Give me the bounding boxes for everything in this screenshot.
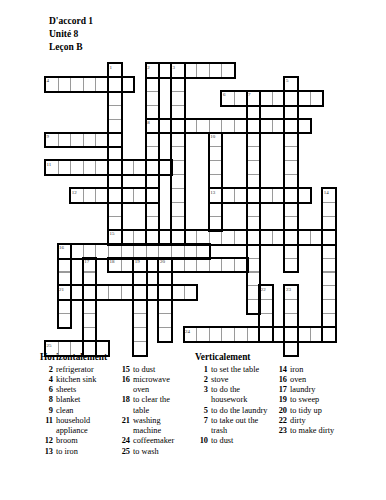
grid-cell[interactable] xyxy=(83,327,97,342)
clue-number: 22 xyxy=(274,416,290,426)
clue-number: 1 xyxy=(195,365,211,375)
clue-number: 13 xyxy=(40,447,56,457)
grid-cell[interactable] xyxy=(196,258,210,273)
grid-cell[interactable] xyxy=(196,244,210,259)
grid-cell[interactable] xyxy=(284,133,298,148)
grid-cell[interactable] xyxy=(83,244,97,259)
clue-item-4A: 4kitchen sink xyxy=(40,375,106,385)
grid-cell[interactable] xyxy=(121,258,135,273)
grid-cell[interactable] xyxy=(171,285,185,300)
grid-cell[interactable] xyxy=(247,230,261,245)
grid-cell[interactable] xyxy=(272,188,286,203)
grid-cell[interactable] xyxy=(284,285,298,300)
grid-cell[interactable] xyxy=(158,244,172,259)
grid-cell[interactable] xyxy=(272,119,286,134)
grid-cell[interactable] xyxy=(171,216,185,231)
title-line-3: Leçon B xyxy=(49,41,93,54)
clue-item-14D: 14iron xyxy=(274,365,348,375)
grid-cell[interactable] xyxy=(158,313,172,328)
clue-item-25A: 25to wash xyxy=(117,447,184,457)
grid-cell[interactable] xyxy=(146,160,160,175)
worksheet-title: D'accord 1 Unité 8 Leçon B xyxy=(49,15,93,53)
grid-cell[interactable] xyxy=(322,258,336,273)
grid-cell[interactable] xyxy=(108,202,122,217)
grid-cell[interactable] xyxy=(121,160,135,175)
grid-cell[interactable] xyxy=(58,133,72,148)
grid-cell[interactable] xyxy=(247,327,261,342)
grid-cell[interactable] xyxy=(58,244,72,259)
title-line-2: Unité 8 xyxy=(49,28,93,41)
grid-cell[interactable] xyxy=(158,119,172,134)
grid-cell[interactable] xyxy=(108,77,122,92)
grid-cell[interactable] xyxy=(322,244,336,259)
grid-cell[interactable] xyxy=(322,285,336,300)
grid-cell[interactable] xyxy=(95,133,109,148)
clue-number: 4 xyxy=(40,375,56,385)
grid-cell[interactable] xyxy=(310,230,324,245)
grid-cell[interactable] xyxy=(158,327,172,342)
clue-number: 7 xyxy=(195,416,211,437)
grid-cell[interactable] xyxy=(184,63,198,78)
clue-number: 12 xyxy=(40,436,56,446)
grid-cell[interactable] xyxy=(133,285,147,300)
clue-number: 16 xyxy=(117,375,133,396)
grid-cell[interactable] xyxy=(221,91,235,106)
grid-cell[interactable] xyxy=(121,285,135,300)
grid-cell[interactable] xyxy=(221,327,235,342)
clue-item-2A: 2refrigerator xyxy=(40,365,106,375)
grid-cell[interactable] xyxy=(284,327,298,342)
clue-number: 16 xyxy=(274,375,290,385)
grid-cell[interactable] xyxy=(70,285,84,300)
grid-cell[interactable] xyxy=(171,63,185,78)
grid-cell[interactable] xyxy=(322,216,336,231)
clue-text: to sweep xyxy=(290,395,348,405)
grid-cell[interactable] xyxy=(259,188,273,203)
grid-cell[interactable] xyxy=(284,174,298,189)
grid-cell[interactable] xyxy=(284,244,298,259)
grid-cell[interactable] xyxy=(209,146,223,161)
grid-cell[interactable] xyxy=(83,77,97,92)
grid-cell[interactable] xyxy=(146,285,160,300)
across-header: Horizontalement xyxy=(40,352,192,364)
grid-cell[interactable] xyxy=(146,188,160,203)
grid-cell[interactable] xyxy=(259,313,273,328)
grid-cell[interactable] xyxy=(209,119,223,134)
grid-cell[interactable] xyxy=(184,244,198,259)
clue-text: laundry xyxy=(290,385,348,395)
grid-cell[interactable] xyxy=(108,146,122,161)
grid-cell[interactable] xyxy=(196,119,210,134)
grid-cell[interactable] xyxy=(171,91,185,106)
grid-cell[interactable] xyxy=(133,244,147,259)
down-header: Verticalement xyxy=(195,352,383,364)
grid-cell[interactable] xyxy=(209,216,223,231)
clue-item-10D: 10to dust xyxy=(195,436,268,446)
grid-cell[interactable] xyxy=(234,188,248,203)
grid-cell[interactable] xyxy=(196,63,210,78)
clue-text: microwave oven xyxy=(133,375,184,396)
clue-text: to set the table xyxy=(211,365,268,375)
grid-cell[interactable] xyxy=(95,160,109,175)
grid-cell[interactable] xyxy=(196,327,210,342)
grid-cell[interactable] xyxy=(133,230,147,245)
grid-cell[interactable] xyxy=(297,188,311,203)
grid-cell[interactable] xyxy=(158,160,172,175)
grid-cell[interactable] xyxy=(83,133,97,148)
grid-cell[interactable] xyxy=(209,160,223,175)
grid-cell[interactable] xyxy=(121,77,135,92)
grid-cell[interactable] xyxy=(247,188,261,203)
grid-cell[interactable] xyxy=(322,313,336,328)
grid-cell[interactable] xyxy=(310,91,324,106)
clue-number: 8 xyxy=(40,395,56,405)
clue-number: 21 xyxy=(117,416,133,437)
clue-item-7D: 7to take out the trash xyxy=(195,416,268,437)
grid-cell[interactable] xyxy=(146,77,160,92)
grid-cell[interactable] xyxy=(284,299,298,314)
grid-cell[interactable] xyxy=(133,272,147,287)
grid-cell[interactable] xyxy=(83,299,97,314)
clue-number: 19 xyxy=(274,395,290,405)
grid-cell[interactable] xyxy=(284,77,298,92)
grid-cell[interactable] xyxy=(184,258,198,273)
grid-cell[interactable] xyxy=(247,299,261,314)
grid-cell[interactable] xyxy=(247,202,261,217)
grid-cell[interactable] xyxy=(284,160,298,175)
grid-cell[interactable] xyxy=(58,285,72,300)
clue-item-18A: 18to clear the table xyxy=(117,395,184,416)
grid-cell[interactable] xyxy=(247,91,261,106)
grid-cell[interactable] xyxy=(171,244,185,259)
grid-cell[interactable] xyxy=(171,133,185,148)
grid-cell[interactable] xyxy=(121,230,135,245)
grid-cell[interactable] xyxy=(297,230,311,245)
grid-cell[interactable] xyxy=(247,258,261,273)
clue-item-12A: 12broom xyxy=(40,436,106,446)
grid-cell[interactable] xyxy=(83,285,97,300)
grid-cell[interactable] xyxy=(45,77,59,92)
grid-cell[interactable] xyxy=(158,230,172,245)
clue-item-5D: 5to do the laundry xyxy=(195,406,268,416)
clue-item-13A: 13to iron xyxy=(40,447,106,457)
grid-cell[interactable] xyxy=(284,188,298,203)
grid-cell[interactable] xyxy=(284,230,298,245)
grid-cell[interactable] xyxy=(322,272,336,287)
grid-cell[interactable] xyxy=(184,230,198,245)
crossword-grid: 2468911121315161821242513571014171920222… xyxy=(45,63,335,355)
grid-cell[interactable] xyxy=(95,244,109,259)
grid-cell[interactable] xyxy=(259,327,273,342)
clue-text: refrigerator xyxy=(56,365,106,375)
clue-number: 6 xyxy=(40,385,56,395)
grid-cell[interactable] xyxy=(108,63,122,78)
clue-text: kitchen sink xyxy=(56,375,106,385)
grid-cell[interactable] xyxy=(171,258,185,273)
grid-cell[interactable] xyxy=(171,105,185,120)
grid-cell[interactable] xyxy=(221,188,235,203)
grid-cell[interactable] xyxy=(121,244,135,259)
clue-text: stove xyxy=(211,375,268,385)
grid-cell[interactable] xyxy=(158,272,172,287)
grid-cell[interactable] xyxy=(146,133,160,148)
grid-cell[interactable] xyxy=(70,188,84,203)
grid-cell[interactable] xyxy=(58,77,72,92)
grid-cell[interactable] xyxy=(259,119,273,134)
grid-cell[interactable] xyxy=(158,285,172,300)
grid-cell[interactable] xyxy=(196,230,210,245)
grid-cell[interactable] xyxy=(297,327,311,342)
grid-cell[interactable] xyxy=(209,230,223,245)
clue-item-16D: 16oven xyxy=(274,375,348,385)
clue-number: 5 xyxy=(195,406,211,416)
grid-cell[interactable] xyxy=(284,216,298,231)
grid-cell[interactable] xyxy=(247,285,261,300)
clue-number: 17 xyxy=(274,385,290,395)
clue-item-15A: 15to dust xyxy=(117,365,184,375)
grid-cell[interactable] xyxy=(171,146,185,161)
grid-cell[interactable] xyxy=(108,230,122,245)
clue-text: sheets xyxy=(56,385,106,395)
grid-cell[interactable] xyxy=(284,258,298,273)
grid-cell[interactable] xyxy=(58,258,72,273)
grid-cell[interactable] xyxy=(284,313,298,328)
grid-cell[interactable] xyxy=(209,63,223,78)
grid-cell[interactable] xyxy=(297,119,311,134)
grid-cell[interactable] xyxy=(108,133,122,148)
grid-cell[interactable] xyxy=(133,258,147,273)
clue-number: 18 xyxy=(117,395,133,416)
clue-column: 1to set the table2stove3to do the housew… xyxy=(195,365,268,447)
grid-cell[interactable] xyxy=(221,63,235,78)
grid-cell[interactable] xyxy=(95,285,109,300)
grid-cell[interactable] xyxy=(70,160,84,175)
grid-cell[interactable] xyxy=(95,77,109,92)
grid-cell[interactable] xyxy=(133,188,147,203)
grid-cell[interactable] xyxy=(158,63,172,78)
clue-number: 15 xyxy=(117,365,133,375)
grid-cell[interactable] xyxy=(108,188,122,203)
grid-cell[interactable] xyxy=(83,313,97,328)
grid-cell[interactable] xyxy=(58,272,72,287)
clue-number: 9 xyxy=(40,406,56,416)
clue-text: to wash xyxy=(133,447,184,457)
grid-cell[interactable] xyxy=(234,91,248,106)
grid-cell[interactable] xyxy=(221,119,235,134)
clue-text: broom xyxy=(56,436,106,446)
grid-cell[interactable] xyxy=(234,230,248,245)
clue-item-9A: 9clean xyxy=(40,406,106,416)
grid-cell[interactable] xyxy=(83,188,97,203)
grid-cell[interactable] xyxy=(70,77,84,92)
clue-text: to do the laundry xyxy=(211,406,268,416)
grid-cell[interactable] xyxy=(95,188,109,203)
grid-cell[interactable] xyxy=(322,202,336,217)
clue-number: 14 xyxy=(274,365,290,375)
grid-cell[interactable] xyxy=(234,119,248,134)
clue-text: to tidy up xyxy=(290,406,348,416)
grid-cell[interactable] xyxy=(146,119,160,134)
clue-text: to take out the trash xyxy=(211,416,268,437)
grid-cell[interactable] xyxy=(247,146,261,161)
grid-cell[interactable] xyxy=(221,230,235,245)
grid-cell[interactable] xyxy=(247,160,261,175)
clue-item-2D: 2stove xyxy=(195,375,268,385)
grid-cell[interactable] xyxy=(171,230,185,245)
worksheet-page: D'accord 1 Unité 8 Leçon B 2468911121315… xyxy=(0,0,386,500)
clue-number: 10 xyxy=(195,436,211,446)
grid-cell[interactable] xyxy=(58,313,72,328)
grid-cell[interactable] xyxy=(259,91,273,106)
clue-text: to iron xyxy=(56,447,106,457)
clue-column: 14iron16oven17laundry19to sweep20to tidy… xyxy=(274,365,348,437)
clue-item-19D: 19to sweep xyxy=(274,395,348,405)
clue-number: 2 xyxy=(40,365,56,375)
grid-cell[interactable] xyxy=(247,272,261,287)
grid-cell[interactable] xyxy=(146,105,160,120)
grid-cell[interactable] xyxy=(184,119,198,134)
grid-cell[interactable] xyxy=(171,160,185,175)
clue-item-3D: 3to do the housework xyxy=(195,385,268,406)
clue-text: to dust xyxy=(133,365,184,375)
clue-number: 11 xyxy=(40,416,56,437)
grid-cell[interactable] xyxy=(234,327,248,342)
grid-cell[interactable] xyxy=(108,174,122,189)
grid-cell[interactable] xyxy=(70,133,84,148)
grid-cell[interactable] xyxy=(284,91,298,106)
grid-cell[interactable] xyxy=(209,327,223,342)
grid-cell[interactable] xyxy=(284,119,298,134)
grid-cell[interactable] xyxy=(247,119,261,134)
grid-cell[interactable] xyxy=(284,202,298,217)
grid-cell[interactable] xyxy=(108,105,122,120)
grid-cell[interactable] xyxy=(247,244,261,259)
clue-text: to dust xyxy=(211,436,268,446)
clue-text: iron xyxy=(290,365,348,375)
grid-cell[interactable] xyxy=(133,313,147,328)
title-line-1: D'accord 1 xyxy=(49,15,93,28)
grid-cell[interactable] xyxy=(146,146,160,161)
grid-cell[interactable] xyxy=(108,258,122,273)
grid-cell[interactable] xyxy=(209,174,223,189)
clue-number: 20 xyxy=(274,406,290,416)
grid-cell[interactable] xyxy=(108,244,122,259)
grid-cell[interactable] xyxy=(322,327,336,342)
grid-cell[interactable] xyxy=(184,327,198,342)
clue-text: clean xyxy=(56,406,106,416)
grid-cell[interactable] xyxy=(234,258,248,273)
grid-cell[interactable] xyxy=(133,327,147,342)
grid-cell[interactable] xyxy=(58,160,72,175)
grid-cell[interactable] xyxy=(108,160,122,175)
clue-item-24A: 24coffeemaker xyxy=(117,436,184,446)
grid-cell[interactable] xyxy=(133,160,147,175)
clue-number: 25 xyxy=(117,447,133,457)
grid-cell[interactable] xyxy=(133,299,147,314)
clue-item-6A: 6sheets xyxy=(40,385,106,395)
grid-cell[interactable] xyxy=(221,258,235,273)
clue-item-1D: 1to set the table xyxy=(195,365,268,375)
grid-cell[interactable] xyxy=(146,63,160,78)
grid-cell[interactable] xyxy=(272,327,286,342)
grid-cell[interactable] xyxy=(272,230,286,245)
clue-text: household appliance xyxy=(56,416,106,437)
clue-column: 15to dust16microwave oven18to clear the … xyxy=(117,365,184,458)
grid-cell[interactable] xyxy=(284,105,298,120)
grid-cell[interactable] xyxy=(247,174,261,189)
grid-cell[interactable] xyxy=(45,133,59,148)
grid-cell[interactable] xyxy=(83,272,97,287)
grid-cell[interactable] xyxy=(259,299,273,314)
grid-cell[interactable] xyxy=(259,230,273,245)
grid-cell[interactable] xyxy=(322,188,336,203)
grid-cell[interactable] xyxy=(209,258,223,273)
grid-cell[interactable] xyxy=(171,174,185,189)
clue-text: oven xyxy=(290,375,348,385)
grid-cell[interactable] xyxy=(158,258,172,273)
grid-cell[interactable] xyxy=(146,202,160,217)
grid-cell[interactable] xyxy=(322,230,336,245)
clue-text: to do the housework xyxy=(211,385,268,406)
grid-cell[interactable] xyxy=(83,160,97,175)
grid-cell[interactable] xyxy=(146,216,160,231)
grid-cell[interactable] xyxy=(209,133,223,148)
grid-cell[interactable] xyxy=(45,160,59,175)
clue-text: to make dirty xyxy=(290,426,348,436)
grid-cell[interactable] xyxy=(209,202,223,217)
grid-cell[interactable] xyxy=(184,285,198,300)
grid-cell[interactable] xyxy=(171,188,185,203)
grid-cell[interactable] xyxy=(209,188,223,203)
clue-text: coffeemaker xyxy=(133,436,184,446)
clue-item-23D: 23to make dirty xyxy=(274,426,348,436)
grid-cell[interactable] xyxy=(58,299,72,314)
grid-cell[interactable] xyxy=(247,216,261,231)
grid-cell[interactable] xyxy=(146,258,160,273)
grid-cell[interactable] xyxy=(70,244,84,259)
grid-cell[interactable] xyxy=(297,91,311,106)
grid-cell[interactable] xyxy=(108,119,122,134)
grid-cell[interactable] xyxy=(272,91,286,106)
grid-cell[interactable] xyxy=(310,327,324,342)
clue-number: 3 xyxy=(195,385,211,406)
clue-text: to clear the table xyxy=(133,395,184,416)
grid-cell[interactable] xyxy=(146,230,160,245)
grid-cell[interactable] xyxy=(247,133,261,148)
clue-column: 2refrigerator4kitchen sink6sheets8blanke… xyxy=(40,365,106,458)
grid-cell[interactable] xyxy=(108,91,122,106)
grid-cell[interactable] xyxy=(83,258,97,273)
grid-cell[interactable] xyxy=(247,105,261,120)
clue-text: dirty xyxy=(290,416,348,426)
clue-text: washing machine xyxy=(133,416,184,437)
grid-cell[interactable] xyxy=(158,299,172,314)
grid-cell[interactable] xyxy=(171,77,185,92)
grid-cell[interactable] xyxy=(171,202,185,217)
grid-cell[interactable] xyxy=(146,244,160,259)
grid-cell[interactable] xyxy=(259,285,273,300)
grid-cell[interactable] xyxy=(108,216,122,231)
grid-cell[interactable] xyxy=(322,299,336,314)
grid-cell[interactable] xyxy=(146,174,160,189)
grid-cell[interactable] xyxy=(284,146,298,161)
grid-cell[interactable] xyxy=(121,188,135,203)
clue-item-20D: 20to tidy up xyxy=(274,406,348,416)
grid-cell[interactable] xyxy=(171,119,185,134)
grid-cell[interactable] xyxy=(108,285,122,300)
grid-cell[interactable] xyxy=(146,91,160,106)
clue-number: 24 xyxy=(117,436,133,446)
